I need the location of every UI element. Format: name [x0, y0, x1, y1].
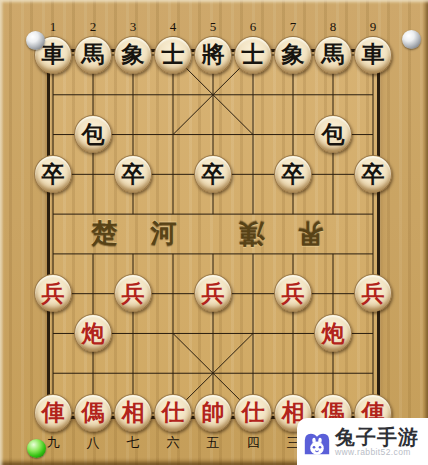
board-cell[interactable] — [153, 313, 193, 353]
board-cell[interactable]: 兵 — [273, 274, 313, 314]
watermark-title: 兔子手游 — [335, 426, 419, 448]
board-cell[interactable]: 炮 — [313, 313, 353, 353]
piece-black-馬[interactable]: 馬 — [74, 36, 112, 74]
board-cell[interactable]: 卒 — [193, 154, 233, 194]
board-cell[interactable]: 包 — [73, 115, 113, 155]
board-cell[interactable] — [33, 313, 73, 353]
board-cell[interactable] — [313, 75, 353, 115]
board-cell[interactable] — [233, 274, 273, 314]
piece-black-卒[interactable]: 卒 — [274, 155, 312, 193]
board-cell[interactable] — [273, 234, 313, 274]
board-cell[interactable]: 卒 — [33, 154, 73, 194]
board-cell[interactable]: 相 — [113, 393, 153, 433]
board-cell[interactable] — [33, 194, 73, 234]
corner-ball-top-left — [26, 31, 45, 50]
board-cell[interactable] — [313, 194, 353, 234]
board-cell[interactable] — [153, 115, 193, 155]
board-cell[interactable]: 仕 — [153, 393, 193, 433]
board-cell[interactable] — [193, 75, 233, 115]
corner-ball-top-right — [402, 30, 421, 49]
board-cell[interactable] — [273, 313, 313, 353]
file-label-top: 8 — [313, 20, 353, 34]
board-cell[interactable] — [313, 154, 353, 194]
board-cell[interactable]: 兵 — [113, 274, 153, 314]
board-cell[interactable] — [193, 234, 233, 274]
board-cell[interactable] — [233, 154, 273, 194]
file-label-top: 6 — [233, 20, 273, 34]
board-cell[interactable] — [73, 274, 113, 314]
board-cell[interactable] — [233, 75, 273, 115]
board-cell[interactable]: 包 — [313, 115, 353, 155]
xiangqi-app: 123456789 楚河 漢界 車馬象士將士象馬車包包卒卒卒卒卒兵兵兵兵兵炮炮俥… — [0, 0, 428, 465]
board-cell[interactable] — [73, 75, 113, 115]
board-cell[interactable] — [193, 194, 233, 234]
piece-black-士[interactable]: 士 — [154, 36, 192, 74]
board-cell[interactable]: 炮 — [73, 313, 113, 353]
watermark-text: 兔子手游 www.rabbit52.com — [335, 426, 419, 457]
piece-red-兵[interactable]: 兵 — [114, 274, 152, 312]
board-cell[interactable] — [153, 75, 193, 115]
board-cell[interactable] — [313, 274, 353, 314]
file-label-top: 5 — [193, 20, 233, 34]
board-cell[interactable] — [233, 194, 273, 234]
board-cell[interactable] — [353, 75, 393, 115]
watermark-url: www.rabbit52.com — [335, 448, 419, 457]
piece-black-士[interactable]: 士 — [234, 36, 272, 74]
board-cell[interactable] — [153, 274, 193, 314]
piece-black-卒[interactable]: 卒 — [354, 155, 392, 193]
board-cell[interactable] — [273, 75, 313, 115]
board-cell[interactable] — [33, 353, 73, 393]
board-cell[interactable] — [193, 353, 233, 393]
file-label-top: 2 — [73, 20, 113, 34]
board-cell[interactable]: 士 — [233, 35, 273, 75]
board-cell[interactable] — [153, 234, 193, 274]
board-cell[interactable] — [193, 313, 233, 353]
file-label-bottom: 四 — [233, 436, 273, 450]
board-cell[interactable]: 象 — [113, 35, 153, 75]
board-cell[interactable] — [73, 234, 113, 274]
piece-black-卒[interactable]: 卒 — [194, 155, 232, 193]
board-cell[interactable] — [153, 353, 193, 393]
piece-red-帥[interactable]: 帥 — [194, 394, 232, 432]
board-cell[interactable] — [33, 115, 73, 155]
board-cell[interactable] — [73, 353, 113, 393]
board-cell[interactable] — [233, 115, 273, 155]
board-cell[interactable]: 帥 — [193, 393, 233, 433]
board-cell[interactable] — [113, 234, 153, 274]
piece-black-卒[interactable]: 卒 — [114, 155, 152, 193]
piece-red-炮[interactable]: 炮 — [314, 314, 352, 352]
file-label-top: 7 — [273, 20, 313, 34]
corner-ball-bottom-left — [27, 439, 46, 458]
watermark: 兔子手游 www.rabbit52.com — [297, 418, 428, 465]
file-label-top: 4 — [153, 20, 193, 34]
board-cell[interactable] — [113, 75, 153, 115]
board-cell[interactable] — [153, 194, 193, 234]
board-cell[interactable]: 將 — [193, 35, 233, 75]
board-cell[interactable] — [113, 115, 153, 155]
piece-red-傌[interactable]: 傌 — [74, 394, 112, 432]
board-cell[interactable]: 馬 — [313, 35, 353, 75]
board-cell[interactable]: 兵 — [193, 274, 233, 314]
board-cell[interactable] — [353, 194, 393, 234]
board-cell[interactable]: 象 — [273, 35, 313, 75]
file-label-bottom: 八 — [73, 436, 113, 450]
piece-red-兵[interactable]: 兵 — [354, 274, 392, 312]
board-cell[interactable] — [353, 313, 393, 353]
board-cell[interactable]: 卒 — [113, 154, 153, 194]
piece-red-炮[interactable]: 炮 — [74, 314, 112, 352]
board-cell[interactable] — [113, 353, 153, 393]
piece-red-仕[interactable]: 仕 — [154, 394, 192, 432]
piece-black-馬[interactable]: 馬 — [314, 36, 352, 74]
board-cell[interactable] — [233, 353, 273, 393]
piece-black-包[interactable]: 包 — [314, 115, 352, 153]
file-label-bottom: 六 — [153, 436, 193, 450]
board-cell[interactable] — [73, 194, 113, 234]
board-cell[interactable] — [73, 154, 113, 194]
file-label-top: 9 — [353, 20, 393, 34]
board-cell[interactable]: 馬 — [73, 35, 113, 75]
board-cell[interactable]: 兵 — [33, 274, 73, 314]
piece-red-兵[interactable]: 兵 — [274, 274, 312, 312]
board-cell[interactable] — [273, 115, 313, 155]
board-cell[interactable] — [353, 353, 393, 393]
piece-red-俥[interactable]: 俥 — [34, 394, 72, 432]
file-label-bottom: 五 — [193, 436, 233, 450]
piece-red-仕[interactable]: 仕 — [234, 394, 272, 432]
board-cell[interactable] — [233, 234, 273, 274]
board-cell[interactable] — [273, 353, 313, 393]
board: 車馬象士將士象馬車包包卒卒卒卒卒兵兵兵兵兵炮炮俥傌相仕帥仕相傌俥 — [33, 35, 393, 433]
board-cell[interactable] — [33, 234, 73, 274]
board-cell[interactable] — [273, 194, 313, 234]
board-cell[interactable] — [33, 75, 73, 115]
piece-black-將[interactable]: 將 — [194, 36, 232, 74]
board-cell[interactable] — [353, 234, 393, 274]
piece-red-兵[interactable]: 兵 — [34, 274, 72, 312]
piece-black-象[interactable]: 象 — [274, 36, 312, 74]
board-cell[interactable] — [193, 115, 233, 155]
piece-black-卒[interactable]: 卒 — [34, 155, 72, 193]
board-cell[interactable]: 傌 — [73, 393, 113, 433]
board-cell[interactable] — [353, 115, 393, 155]
piece-red-兵[interactable]: 兵 — [194, 274, 232, 312]
board-cell[interactable] — [233, 313, 273, 353]
piece-red-相[interactable]: 相 — [114, 394, 152, 432]
piece-black-包[interactable]: 包 — [74, 115, 112, 153]
board-cell[interactable]: 仕 — [233, 393, 273, 433]
board-cell[interactable]: 卒 — [353, 154, 393, 194]
board-cell[interactable] — [113, 194, 153, 234]
board-cell[interactable]: 卒 — [273, 154, 313, 194]
piece-black-象[interactable]: 象 — [114, 36, 152, 74]
board-cell[interactable] — [313, 234, 353, 274]
rabbit-logo-icon — [302, 428, 332, 458]
board-cell[interactable]: 車 — [353, 35, 393, 75]
file-label-top: 3 — [113, 20, 153, 34]
piece-black-車[interactable]: 車 — [354, 36, 392, 74]
board-cell[interactable] — [113, 313, 153, 353]
board-cell[interactable] — [153, 154, 193, 194]
board-cell[interactable]: 俥 — [33, 393, 73, 433]
board-cell[interactable]: 士 — [153, 35, 193, 75]
file-labels-top: 123456789 — [33, 20, 393, 34]
board-cell[interactable] — [313, 353, 353, 393]
file-label-bottom: 七 — [113, 436, 153, 450]
board-cell[interactable]: 兵 — [353, 274, 393, 314]
